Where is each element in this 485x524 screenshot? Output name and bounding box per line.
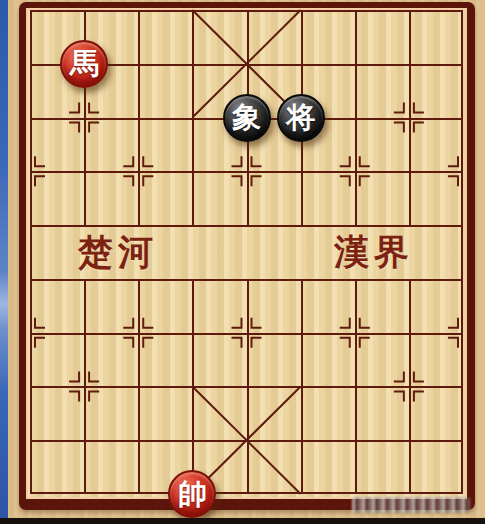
- board-cell[interactable]: [355, 333, 409, 387]
- piece-red-horse[interactable]: 馬: [60, 40, 108, 88]
- board-cell[interactable]: [247, 386, 301, 440]
- board-cell[interactable]: [409, 440, 463, 494]
- board-cell[interactable]: [84, 171, 138, 225]
- river-label-right: 漢界: [328, 230, 420, 274]
- board-cell[interactable]: [84, 279, 138, 333]
- piece-glyph: 帥: [178, 480, 207, 509]
- board-cell[interactable]: [192, 333, 246, 387]
- board-cell[interactable]: [247, 279, 301, 333]
- board-cell[interactable]: [84, 386, 138, 440]
- piece-black-general[interactable]: 将: [277, 94, 325, 142]
- board-cell[interactable]: [301, 10, 355, 64]
- board-cell[interactable]: [30, 333, 84, 387]
- board-cell[interactable]: [355, 171, 409, 225]
- board-cell[interactable]: [355, 118, 409, 172]
- board-cell[interactable]: [30, 171, 84, 225]
- board-cell[interactable]: [192, 171, 246, 225]
- board-cell[interactable]: [247, 10, 301, 64]
- board-cell[interactable]: [409, 10, 463, 64]
- river-label-left: 楚河: [74, 230, 162, 274]
- board-cell[interactable]: [138, 171, 192, 225]
- piece-glyph: 象: [232, 103, 261, 132]
- board-cell[interactable]: [138, 10, 192, 64]
- board-cell[interactable]: [192, 225, 246, 279]
- board-cell[interactable]: [355, 386, 409, 440]
- board-cell[interactable]: [138, 64, 192, 118]
- piece-glyph: 将: [286, 103, 315, 132]
- board-cell[interactable]: [138, 279, 192, 333]
- board-cell[interactable]: [409, 279, 463, 333]
- piece-red-general[interactable]: 帥: [168, 470, 216, 518]
- board-cell[interactable]: [409, 171, 463, 225]
- watermark-blur: [352, 497, 470, 513]
- board-cell[interactable]: [355, 279, 409, 333]
- background-blue-strip: [0, 0, 8, 524]
- board-cell[interactable]: [301, 440, 355, 494]
- board-cell[interactable]: [247, 440, 301, 494]
- board-cell[interactable]: [138, 333, 192, 387]
- board-cell[interactable]: [409, 386, 463, 440]
- board-cell[interactable]: [409, 64, 463, 118]
- bottom-dark-strip: [0, 518, 485, 524]
- board-cell[interactable]: [301, 279, 355, 333]
- screenshot-root: 楚河 漢界 馬象将帥: [0, 0, 485, 524]
- board-cell[interactable]: [247, 171, 301, 225]
- board-cell[interactable]: [30, 440, 84, 494]
- board-cell[interactable]: [30, 386, 84, 440]
- board-cell[interactable]: [192, 10, 246, 64]
- board-cell[interactable]: [138, 386, 192, 440]
- board-cell[interactable]: [192, 386, 246, 440]
- board-cell[interactable]: [84, 440, 138, 494]
- board-cell[interactable]: [30, 279, 84, 333]
- board-cell[interactable]: [84, 118, 138, 172]
- board-cell[interactable]: [355, 10, 409, 64]
- board-cell[interactable]: [301, 386, 355, 440]
- board-cell[interactable]: [84, 333, 138, 387]
- board-cell[interactable]: [355, 64, 409, 118]
- piece-black-elephant[interactable]: 象: [223, 94, 271, 142]
- board-cell[interactable]: [247, 333, 301, 387]
- board-cell[interactable]: [301, 171, 355, 225]
- board-cell[interactable]: [30, 118, 84, 172]
- board-cell[interactable]: [409, 118, 463, 172]
- board-cell[interactable]: [138, 118, 192, 172]
- board-cell[interactable]: [409, 333, 463, 387]
- board-cell[interactable]: [301, 333, 355, 387]
- board-cell[interactable]: [192, 279, 246, 333]
- board-cell[interactable]: [247, 225, 301, 279]
- piece-glyph: 馬: [70, 49, 99, 78]
- board-cell[interactable]: [355, 440, 409, 494]
